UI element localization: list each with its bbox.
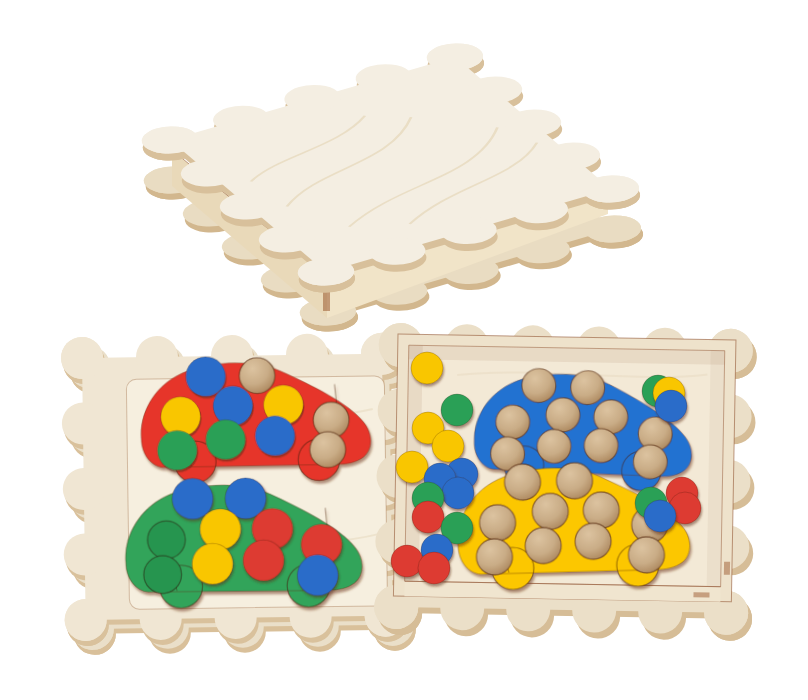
disc-red[interactable] [418,552,450,584]
empty-hole [525,527,562,564]
finger-joint [693,592,709,597]
scene-canvas [0,0,808,700]
product-photo [0,0,808,700]
closed-box-with-scalloped-lid [132,38,653,336]
empty-hole [583,492,620,529]
empty-hole [239,358,275,394]
box-lid-top[interactable] [132,38,649,290]
empty-hole [479,504,516,541]
empty-hole [521,368,556,403]
peg-yellow[interactable] [192,543,233,584]
empty-hole [495,404,530,439]
empty-hole [570,370,605,405]
empty-hole [476,538,513,575]
peg-blue[interactable] [213,386,253,426]
peg-blue[interactable] [255,416,295,456]
disc-red[interactable] [412,501,444,533]
empty-hole [536,429,571,464]
empty-hole [556,462,593,499]
disc-green[interactable] [441,394,473,426]
empty-hole [310,432,346,468]
peg-green[interactable] [147,521,185,559]
disc-blue[interactable] [442,477,474,509]
empty-hole [633,444,668,479]
peg-green[interactable] [157,430,197,470]
disc-blue[interactable] [655,390,687,422]
disc-blue[interactable] [644,500,676,532]
empty-hole [545,397,580,432]
disc-yellow[interactable] [396,451,428,483]
empty-hole [532,493,569,530]
peg-green[interactable] [144,556,182,594]
disc-yellow[interactable] [411,352,443,384]
empty-hole [583,428,618,463]
peg-red[interactable] [243,540,284,581]
empty-hole [575,523,612,560]
empty-hole [504,464,541,501]
peg-yellow[interactable] [200,509,241,550]
peg-green[interactable] [205,419,245,459]
peg-blue[interactable] [297,555,338,596]
finger-joint [724,562,730,575]
empty-hole [628,536,665,573]
disc-yellow[interactable] [432,430,464,462]
